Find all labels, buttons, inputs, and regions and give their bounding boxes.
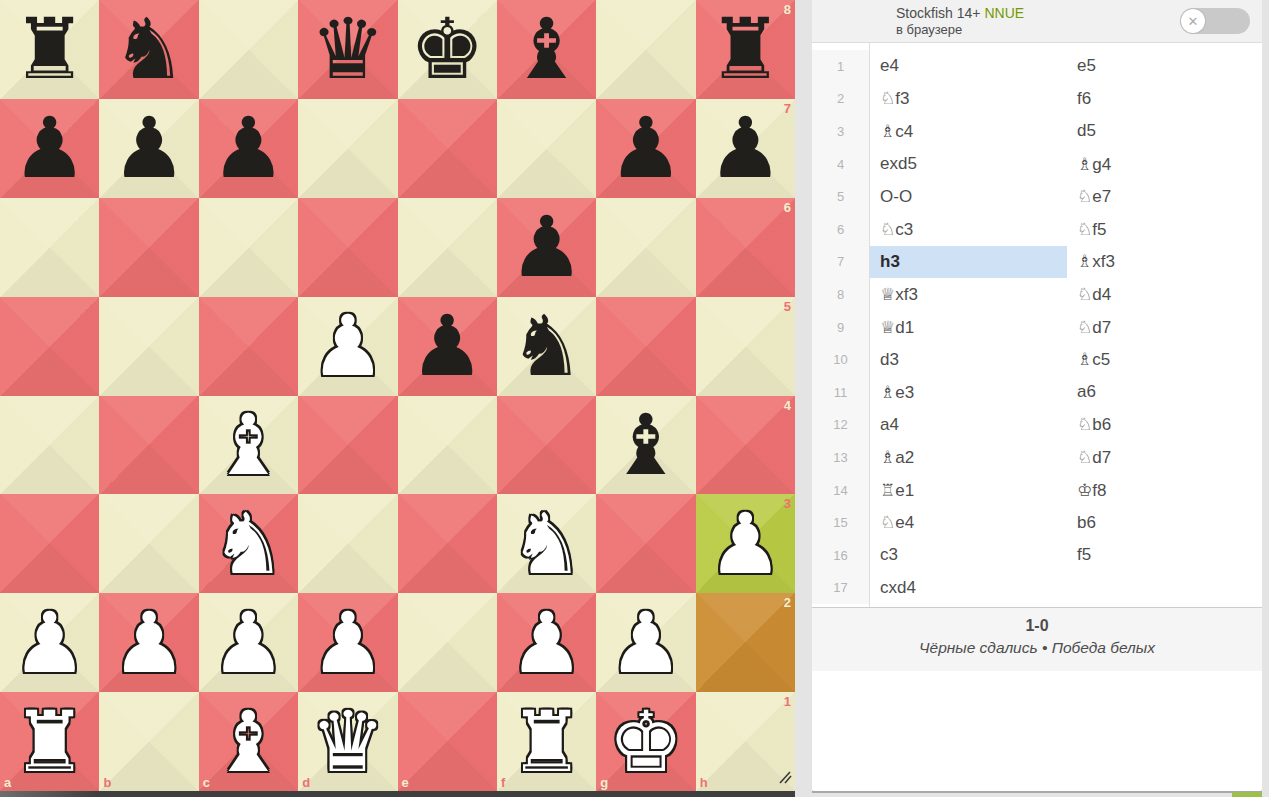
square-d7[interactable] (298, 99, 397, 198)
panel-bottom-border (812, 791, 1262, 793)
square-f5[interactable]: ♞ (497, 297, 596, 396)
square-f8[interactable]: ♝ (497, 0, 596, 99)
piece-black-b[interactable]: ♝ (596, 396, 695, 495)
square-f7[interactable] (497, 99, 596, 198)
piece-white-p[interactable]: ♟ (0, 593, 99, 692)
move-number-7: 7 (812, 246, 869, 279)
piece-white-p[interactable]: ♟ (497, 593, 596, 692)
square-b7[interactable]: ♟ (99, 99, 198, 198)
square-c4[interactable]: ♝ (199, 396, 298, 495)
engine-toggle-knob: ✕ (1181, 9, 1205, 33)
move-black-16[interactable]: f5 (1067, 539, 1262, 572)
file-label-f: f (501, 776, 505, 789)
move-white-8[interactable]: ♕xf3 (870, 278, 1067, 311)
move-black-2[interactable]: f6 (1067, 83, 1262, 116)
square-h1[interactable]: 1h (696, 692, 795, 791)
square-h6[interactable]: 6 (696, 198, 795, 297)
square-b4[interactable] (99, 396, 198, 495)
move-number-9: 9 (812, 311, 869, 344)
result-status: Чёрные сдались • Победа белых (812, 637, 1262, 659)
move-black-13[interactable]: ♘d7 (1067, 441, 1262, 474)
move-white-7[interactable]: h3 (870, 246, 1067, 279)
result-score: 1-0 (812, 615, 1262, 637)
file-label-c: c (203, 776, 210, 789)
engine-name: Stockfish 14+ (896, 5, 980, 21)
piece-white-k[interactable]: ♚ (596, 692, 695, 791)
piece-white-b[interactable]: ♝ (199, 692, 298, 791)
move-row-13: 13♗a2♘d7 (812, 441, 1262, 474)
move-black-3[interactable]: d5 (1067, 115, 1262, 148)
piece-white-r[interactable]: ♜ (497, 692, 596, 791)
piece-white-p[interactable]: ♟ (696, 494, 795, 593)
move-row-15: 15♘e4b6 (812, 506, 1262, 539)
square-e4[interactable] (398, 396, 497, 495)
move-white-16[interactable]: c3 (870, 539, 1067, 572)
result-block: 1-0 Чёрные сдались • Победа белых (812, 607, 1262, 671)
square-c7[interactable]: ♟ (199, 99, 298, 198)
square-a4[interactable] (0, 396, 99, 495)
square-b3[interactable] (99, 494, 198, 593)
square-c2[interactable]: ♟ (199, 593, 298, 692)
piece-white-p[interactable]: ♟ (596, 593, 695, 692)
square-a3[interactable] (0, 494, 99, 593)
piece-black-r[interactable]: ♜ (0, 0, 99, 99)
engine-text: Stockfish 14+NNUE в браузере (896, 5, 1024, 38)
move-white-9[interactable]: ♕d1 (870, 311, 1067, 344)
piece-black-n[interactable]: ♞ (497, 297, 596, 396)
move-row-11: 11♗e3a6 (812, 376, 1262, 409)
piece-white-p[interactable]: ♟ (298, 593, 397, 692)
move-row-7: 7h3♗xf3 (812, 246, 1262, 279)
piece-black-p[interactable]: ♟ (398, 297, 497, 396)
square-e8[interactable]: ♚ (398, 0, 497, 99)
piece-white-n[interactable]: ♞ (497, 494, 596, 593)
move-number-1: 1 (812, 50, 869, 83)
engine-header: Stockfish 14+NNUE в браузере ✕ (812, 0, 1262, 43)
square-e6[interactable] (398, 198, 497, 297)
move-white-15[interactable]: ♘e4 (870, 506, 1067, 539)
piece-black-p[interactable]: ♟ (497, 198, 596, 297)
square-g7[interactable]: ♟ (596, 99, 695, 198)
square-g5[interactable] (596, 297, 695, 396)
move-white-2[interactable]: ♘f3 (870, 83, 1067, 116)
rank-label-2: 2 (784, 596, 791, 609)
move-row-16: 16c3f5 (812, 539, 1262, 572)
piece-black-p[interactable]: ♟ (696, 99, 795, 198)
square-g4[interactable]: ♝ (596, 396, 695, 495)
file-label-e: e (402, 776, 409, 789)
piece-black-n[interactable]: ♞ (99, 0, 198, 99)
square-a6[interactable] (0, 198, 99, 297)
square-d6[interactable] (298, 198, 397, 297)
file-label-d: d (302, 776, 310, 789)
move-list-divider (869, 42, 870, 607)
piece-black-r[interactable]: ♜ (696, 0, 795, 99)
move-row-3: 3♗c4d5 (812, 115, 1262, 148)
square-h2[interactable]: 2 (696, 593, 795, 692)
square-c8[interactable] (199, 0, 298, 99)
piece-black-b[interactable]: ♝ (497, 0, 596, 99)
square-e3[interactable] (398, 494, 497, 593)
piece-black-p[interactable]: ♟ (596, 99, 695, 198)
square-a1[interactable]: ♜a (0, 692, 99, 791)
piece-white-p[interactable]: ♟ (99, 593, 198, 692)
rank-label-8: 8 (784, 3, 791, 16)
close-icon: ✕ (1188, 15, 1199, 28)
move-row-2: 2♘f3f6 (812, 83, 1262, 116)
move-white-10[interactable]: d3 (870, 343, 1067, 376)
square-d1[interactable]: ♛d (298, 692, 397, 791)
square-b6[interactable] (99, 198, 198, 297)
square-g1[interactable]: ♚g (596, 692, 695, 791)
move-number-14: 14 (812, 474, 869, 507)
square-b8[interactable]: ♞ (99, 0, 198, 99)
engine-toggle[interactable]: ✕ (1180, 8, 1250, 34)
square-g8[interactable] (596, 0, 695, 99)
move-black-6[interactable]: ♘f5 (1067, 213, 1262, 246)
square-g2[interactable]: ♟ (596, 593, 695, 692)
move-black-4[interactable]: ♗g4 (1067, 148, 1262, 181)
square-f4[interactable] (497, 396, 596, 495)
move-black-5[interactable]: ♘e7 (1067, 180, 1262, 213)
move-white-1[interactable]: e4 (870, 50, 1067, 83)
piece-black-p[interactable]: ♟ (99, 99, 198, 198)
piece-white-n[interactable]: ♞ (199, 494, 298, 593)
rank-label-1: 1 (784, 695, 791, 708)
piece-white-b[interactable]: ♝ (199, 396, 298, 495)
board-resize-handle-icon[interactable] (778, 770, 793, 789)
move-number-2: 2 (812, 83, 869, 116)
square-f3[interactable]: ♞ (497, 494, 596, 593)
move-black-9[interactable]: ♘d7 (1067, 311, 1262, 344)
engine-subtitle: в браузере (896, 22, 1024, 38)
square-b1[interactable]: b (99, 692, 198, 791)
file-label-a: a (4, 776, 11, 789)
move-white-4[interactable]: exd5 (870, 148, 1067, 181)
square-h8[interactable]: ♜8 (696, 0, 795, 99)
move-number-15: 15 (812, 506, 869, 539)
move-white-17[interactable]: cxd4 (870, 572, 1067, 605)
square-a5[interactable] (0, 297, 99, 396)
move-black-12[interactable]: ♘b6 (1067, 409, 1262, 442)
move-black-15[interactable]: b6 (1067, 506, 1262, 539)
square-d3[interactable] (298, 494, 397, 593)
rank-label-7: 7 (784, 102, 791, 115)
rank-label-5: 5 (784, 300, 791, 313)
square-e2[interactable] (398, 593, 497, 692)
file-label-b: b (103, 776, 111, 789)
square-g6[interactable] (596, 198, 695, 297)
move-number-11: 11 (812, 376, 869, 409)
engine-nnue-link[interactable]: NNUE (984, 5, 1024, 21)
rank-label-3: 3 (784, 497, 791, 510)
square-h7[interactable]: ♟7 (696, 99, 795, 198)
move-black-7[interactable]: ♗xf3 (1067, 246, 1262, 279)
move-row-1: 1e4e5 (812, 50, 1262, 83)
move-row-17: 17cxd4 (812, 572, 1262, 605)
move-number-6: 6 (812, 213, 869, 246)
move-black-10[interactable]: ♗c5 (1067, 343, 1262, 376)
piece-black-k[interactable]: ♚ (398, 0, 497, 99)
rank-label-4: 4 (784, 399, 791, 412)
move-white-14[interactable]: ♖e1 (870, 474, 1067, 507)
square-b2[interactable]: ♟ (99, 593, 198, 692)
move-row-8: 8♕xf3♘d4 (812, 278, 1262, 311)
move-white-3[interactable]: ♗c4 (870, 115, 1067, 148)
square-c3[interactable]: ♞ (199, 494, 298, 593)
move-number-4: 4 (812, 148, 869, 181)
move-row-14: 14♖e1♔f8 (812, 474, 1262, 507)
square-c6[interactable] (199, 198, 298, 297)
move-white-11[interactable]: ♗e3 (870, 376, 1067, 409)
square-e5[interactable]: ♟ (398, 297, 497, 396)
move-number-17: 17 (812, 572, 869, 605)
square-h3[interactable]: ♟3 (696, 494, 795, 593)
piece-white-p[interactable]: ♟ (199, 593, 298, 692)
move-number-13: 13 (812, 441, 869, 474)
square-c5[interactable] (199, 297, 298, 396)
move-number-5: 5 (812, 180, 869, 213)
square-b5[interactable] (99, 297, 198, 396)
move-row-9: 9♕d1♘d7 (812, 311, 1262, 344)
square-f1[interactable]: ♜f (497, 692, 596, 791)
move-number-3: 3 (812, 115, 869, 148)
move-white-6[interactable]: ♘c3 (870, 213, 1067, 246)
move-row-10: 10d3♗c5 (812, 343, 1262, 376)
move-black-17 (1067, 572, 1262, 605)
bottom-green-strip (1232, 792, 1262, 797)
piece-black-p[interactable]: ♟ (0, 99, 99, 198)
move-list: 1e4e52♘f3f63♗c4d54exd5♗g45O-O♘e76♘c3♘f57… (812, 42, 1262, 607)
square-a2[interactable]: ♟ (0, 593, 99, 692)
square-e7[interactable] (398, 99, 497, 198)
move-black-8[interactable]: ♘d4 (1067, 278, 1262, 311)
square-h4[interactable]: 4 (696, 396, 795, 495)
file-label-g: g (600, 776, 608, 789)
square-d2[interactable]: ♟ (298, 593, 397, 692)
move-row-5: 5O-O♘e7 (812, 180, 1262, 213)
move-black-1[interactable]: e5 (1067, 50, 1262, 83)
move-row-6: 6♘c3♘f5 (812, 213, 1262, 246)
move-black-14[interactable]: ♔f8 (1067, 474, 1262, 507)
piece-white-p[interactable]: ♟ (298, 297, 397, 396)
square-g3[interactable] (596, 494, 695, 593)
chess-board: ♜♞♛♚♝♜8♟♟♟♟♟7♟6♟♟♞5♝♝4♞♞♟3♟♟♟♟♟♟2♜ab♝c♛d… (0, 0, 795, 791)
piece-white-r[interactable]: ♜ (0, 692, 99, 791)
move-row-12: 12a4♘b6 (812, 409, 1262, 442)
piece-white-q[interactable]: ♛ (298, 692, 397, 791)
rank-label-6: 6 (784, 201, 791, 214)
file-label-h: h (700, 776, 708, 789)
square-d8[interactable]: ♛ (298, 0, 397, 99)
move-white-5[interactable]: O-O (870, 180, 1067, 213)
move-black-11[interactable]: a6 (1067, 376, 1262, 409)
move-number-12: 12 (812, 409, 869, 442)
square-f6[interactable]: ♟ (497, 198, 596, 297)
square-h5[interactable]: 5 (696, 297, 795, 396)
square-a7[interactable]: ♟ (0, 99, 99, 198)
square-a8[interactable]: ♜ (0, 0, 99, 99)
move-white-12[interactable]: a4 (870, 409, 1067, 442)
square-d5[interactable]: ♟ (298, 297, 397, 396)
piece-black-q[interactable]: ♛ (298, 0, 397, 99)
analysis-panel: Stockfish 14+NNUE в браузере ✕ 1e4e52♘f3… (812, 0, 1262, 791)
page-background-strip (0, 791, 795, 797)
move-number-10: 10 (812, 343, 869, 376)
square-d4[interactable] (298, 396, 397, 495)
move-number-16: 16 (812, 539, 869, 572)
square-f2[interactable]: ♟ (497, 593, 596, 692)
piece-black-p[interactable]: ♟ (199, 99, 298, 198)
square-e1[interactable]: e (398, 692, 497, 791)
square-c1[interactable]: ♝c (199, 692, 298, 791)
page: ♜♞♛♚♝♜8♟♟♟♟♟7♟6♟♟♞5♝♝4♞♞♟3♟♟♟♟♟♟2♜ab♝c♛d… (0, 0, 1269, 797)
move-number-8: 8 (812, 278, 869, 311)
move-row-4: 4exd5♗g4 (812, 148, 1262, 181)
move-white-13[interactable]: ♗a2 (870, 441, 1067, 474)
